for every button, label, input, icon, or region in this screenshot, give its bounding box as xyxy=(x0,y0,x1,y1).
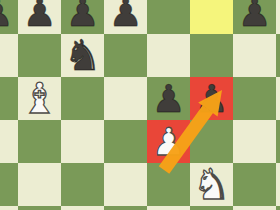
board-square[interactable] xyxy=(0,163,18,206)
board-square[interactable] xyxy=(233,34,276,77)
board-square[interactable]: ♟ xyxy=(147,77,190,120)
board-square[interactable]: ♟ xyxy=(18,0,61,34)
board-square[interactable] xyxy=(233,206,276,210)
board-square[interactable] xyxy=(276,163,280,206)
board-square[interactable] xyxy=(147,0,190,34)
board-square[interactable]: ♟ xyxy=(0,0,18,34)
board-square[interactable]: ♝ xyxy=(18,77,61,120)
board-square[interactable] xyxy=(0,206,18,210)
black-pawn[interactable]: ♟ xyxy=(65,0,99,32)
board-square[interactable] xyxy=(18,34,61,77)
board-square[interactable]: ♟ xyxy=(233,0,276,34)
black-knight[interactable]: ♞ xyxy=(64,35,102,77)
board-square[interactable]: ♞ xyxy=(190,163,233,206)
board-square[interactable]: ♟ xyxy=(147,120,190,163)
board-square[interactable] xyxy=(104,163,147,206)
board-square[interactable] xyxy=(190,120,233,163)
board-square[interactable] xyxy=(147,206,190,210)
board-square[interactable] xyxy=(147,34,190,77)
chess-board-viewport: ♟♟♟♟♟♟♞♝♟♟♟♞ xyxy=(0,0,280,210)
board-square[interactable] xyxy=(0,120,18,163)
board-square[interactable]: ♞ xyxy=(61,34,104,77)
board-square[interactable] xyxy=(276,206,280,210)
board-square[interactable] xyxy=(61,120,104,163)
white-bishop[interactable]: ♝ xyxy=(21,78,59,120)
board-square[interactable] xyxy=(61,163,104,206)
board-square[interactable] xyxy=(104,77,147,120)
board-square[interactable] xyxy=(233,77,276,120)
black-pawn[interactable]: ♟ xyxy=(108,0,142,32)
board-square[interactable] xyxy=(18,163,61,206)
black-pawn[interactable]: ♟ xyxy=(22,0,56,32)
board-square[interactable]: ♟ xyxy=(190,77,233,120)
board-square[interactable] xyxy=(104,34,147,77)
board-square[interactable] xyxy=(190,34,233,77)
board-square[interactable] xyxy=(61,77,104,120)
board-square[interactable] xyxy=(0,34,18,77)
board-square[interactable]: ♟ xyxy=(276,0,280,34)
board-square[interactable] xyxy=(18,120,61,163)
board-square[interactable] xyxy=(233,120,276,163)
black-pawn[interactable]: ♟ xyxy=(237,0,271,32)
white-knight[interactable]: ♞ xyxy=(193,164,231,206)
black-pawn[interactable]: ♟ xyxy=(194,80,228,118)
board-square[interactable] xyxy=(276,120,280,163)
board-square[interactable] xyxy=(18,206,61,210)
white-pawn[interactable]: ♟ xyxy=(151,123,185,161)
chess-board: ♟♟♟♟♟♟♞♝♟♟♟♞ xyxy=(0,0,280,210)
board-square[interactable] xyxy=(190,0,233,34)
board-square[interactable]: ♟ xyxy=(61,0,104,34)
black-pawn[interactable]: ♟ xyxy=(151,80,185,118)
board-square[interactable] xyxy=(233,163,276,206)
black-pawn[interactable]: ♟ xyxy=(0,0,14,32)
board-square[interactable] xyxy=(276,77,280,120)
board-square[interactable] xyxy=(104,120,147,163)
board-square[interactable] xyxy=(61,206,104,210)
board-square[interactable]: ♟ xyxy=(104,0,147,34)
board-square[interactable] xyxy=(0,77,18,120)
board-square[interactable] xyxy=(147,163,190,206)
board-square[interactable] xyxy=(276,34,280,77)
board-square[interactable] xyxy=(104,206,147,210)
